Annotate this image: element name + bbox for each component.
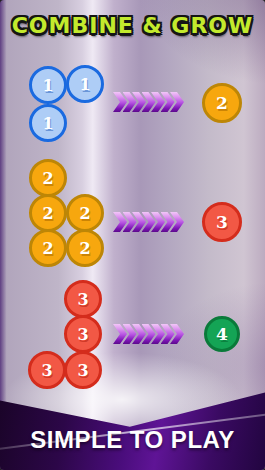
arrow-icon — [113, 212, 180, 232]
result-tile-4: 4 — [204, 316, 240, 352]
page-title: COMBINE & GROW — [0, 13, 265, 38]
tile-3: 3 — [28, 351, 66, 389]
tile-1: 1 — [66, 65, 104, 103]
tile-2: 2 — [29, 159, 67, 197]
app-promo-screenshot: COMBINE & GROW 1 1 1 2 2 2 2 2 2 3 3 3 3… — [0, 0, 265, 470]
tile-1: 1 — [29, 66, 67, 104]
arrow-icon — [113, 324, 180, 344]
result-tile-2: 2 — [202, 83, 242, 123]
tile-3: 3 — [64, 280, 102, 318]
tile-2: 2 — [66, 194, 104, 232]
footer-slogan: SIMPLE TO PLAY — [0, 426, 265, 454]
result-tile-3: 3 — [202, 202, 242, 242]
tile-2: 2 — [29, 229, 67, 267]
tile-2: 2 — [66, 229, 104, 267]
tile-3: 3 — [64, 351, 102, 389]
tile-3: 3 — [64, 315, 102, 353]
tile-1: 1 — [29, 104, 67, 142]
tile-2: 2 — [29, 194, 67, 232]
arrow-icon — [113, 92, 180, 112]
